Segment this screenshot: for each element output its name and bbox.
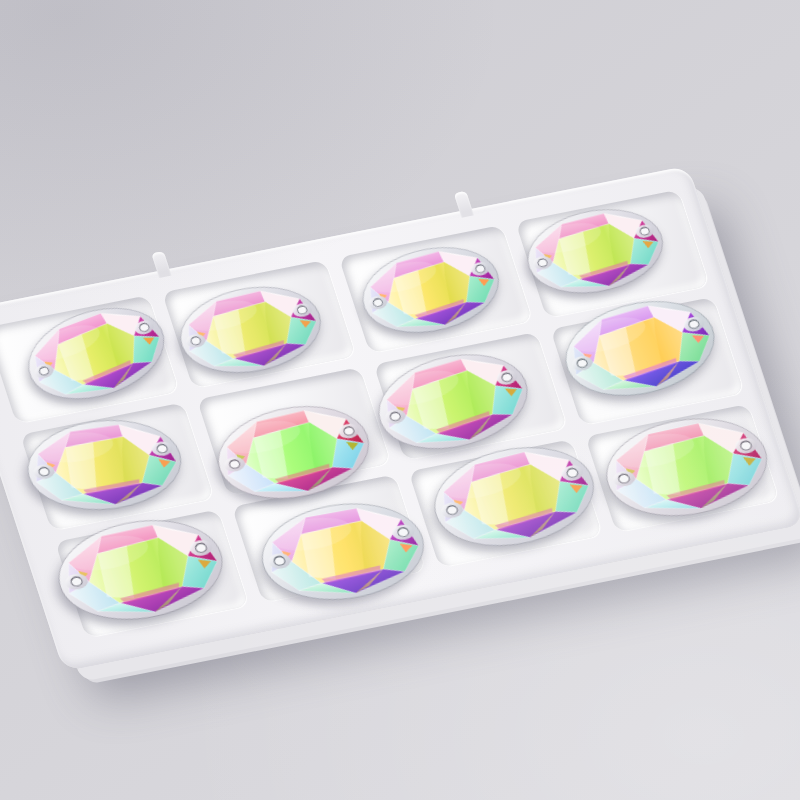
rhinestone [345,229,516,351]
rhinestone [8,286,185,421]
tray-cell [162,260,356,388]
tray-cell [0,295,179,423]
rhinestone-tray [0,166,800,672]
photo-stage [0,0,800,800]
tray-cell [408,439,602,567]
rhinestone-graphic [588,400,786,535]
tray-cell [585,404,779,532]
tray-cell [550,297,744,425]
rhinestone-graphic [164,269,338,390]
rhinestone [164,269,338,390]
rhinestone-graphic [8,286,185,421]
tray-cell [55,510,249,638]
rhinestone [13,406,196,524]
rhinestone [588,400,786,535]
rhinestone-graphic [345,229,516,351]
tray-compartment-grid [0,166,800,672]
rhinestone-graphic [13,406,196,524]
